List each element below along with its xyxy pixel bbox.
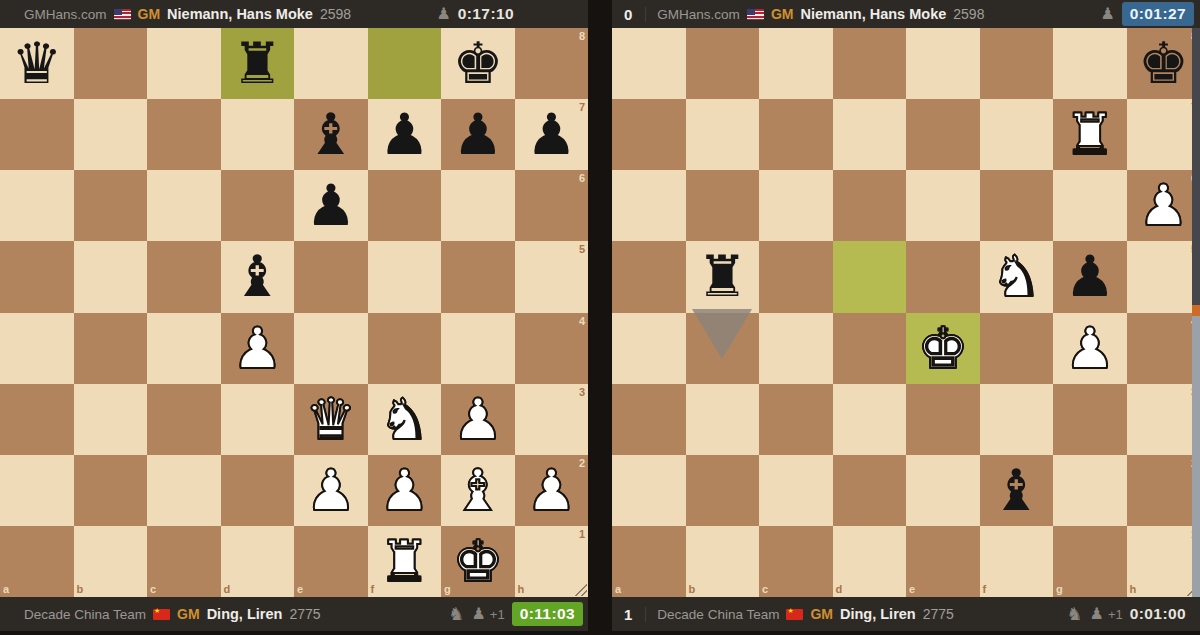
black-pawn-h7: ♟ (526, 106, 577, 163)
file-label-d: d (836, 584, 843, 595)
white-knight-f3: ♞ (379, 391, 430, 448)
file-label-a: a (3, 584, 9, 595)
square-a6[interactable] (612, 170, 686, 241)
square-a1[interactable]: a (0, 526, 74, 597)
square-c7[interactable] (759, 99, 833, 170)
rank-label-5: 5 (579, 244, 585, 255)
square-b7[interactable] (686, 99, 760, 170)
square-d6[interactable] (221, 170, 295, 241)
black-bishop-e7: ♝ (305, 106, 356, 163)
china-flag-icon (786, 609, 803, 620)
square-d8[interactable]: ♜ (221, 28, 295, 99)
square-c5[interactable] (147, 241, 221, 312)
title-badge: GM (771, 6, 794, 22)
square-f6[interactable] (980, 170, 1054, 241)
square-h6[interactable]: ♟6 (1127, 170, 1200, 241)
square-d2[interactable] (221, 455, 295, 526)
square-f8[interactable] (980, 28, 1054, 99)
square-e5[interactable] (906, 241, 980, 312)
file-label-c: c (762, 584, 768, 595)
square-d4[interactable]: ♟ (221, 313, 295, 384)
square-d6[interactable] (833, 170, 907, 241)
square-b2[interactable] (74, 455, 148, 526)
knight-icon: ♞ (448, 605, 464, 623)
clock-black-final: 0:01:27 (1122, 2, 1194, 26)
square-f1[interactable]: ♜f (368, 526, 442, 597)
square-f7[interactable]: ♟ (368, 99, 442, 170)
square-g2[interactable]: ♝ (441, 455, 515, 526)
black-king-h8: ♚ (1138, 35, 1189, 92)
file-label-b: b (689, 584, 696, 595)
china-flag-icon (153, 609, 170, 620)
white-queen-e3: ♛ (305, 391, 356, 448)
square-b5[interactable] (74, 241, 148, 312)
material-count: +1 (490, 607, 505, 622)
square-d2[interactable] (833, 455, 907, 526)
square-e6[interactable]: ♟ (294, 170, 368, 241)
player-bar-top: 0 GMHans.com GM Niemann, Hans Moke 2598 … (612, 0, 1200, 28)
square-b6[interactable] (686, 170, 760, 241)
square-d7[interactable] (833, 99, 907, 170)
team-name: Decade China Team (657, 607, 779, 622)
player-name: Ding, Liren (207, 606, 283, 622)
square-f2[interactable]: ♟ (368, 455, 442, 526)
square-c8[interactable] (759, 28, 833, 99)
divider (645, 607, 646, 622)
black-pawn-g5: ♟ (1064, 248, 1115, 305)
square-h6[interactable]: 6 (515, 170, 589, 241)
rank-label-7: 7 (579, 102, 585, 113)
square-h1[interactable]: 1h (1127, 526, 1200, 597)
square-g4[interactable] (441, 313, 515, 384)
file-label-h: h (1130, 584, 1137, 595)
square-a5[interactable] (612, 241, 686, 312)
square-e7[interactable]: ♝ (294, 99, 368, 170)
square-e8[interactable] (294, 28, 368, 99)
white-bishop-g2: ♝ (452, 462, 503, 519)
square-a8[interactable]: ♛ (0, 28, 74, 99)
white-king-g1: ♚ (452, 533, 503, 590)
scrollbar-thumb[interactable] (1192, 316, 1200, 597)
square-h8[interactable]: 8 (515, 28, 589, 99)
square-g5[interactable]: ♟ (1053, 241, 1127, 312)
scrollbar-track[interactable] (1192, 28, 1200, 305)
square-g6[interactable] (441, 170, 515, 241)
square-g5[interactable] (441, 241, 515, 312)
square-d8[interactable] (833, 28, 907, 99)
square-f6[interactable] (368, 170, 442, 241)
rank-label-3: 3 (579, 387, 585, 398)
square-c7[interactable] (147, 99, 221, 170)
square-a8[interactable] (612, 28, 686, 99)
square-c6[interactable] (759, 170, 833, 241)
square-b5[interactable]: ♜ (686, 241, 760, 312)
square-c4[interactable] (147, 313, 221, 384)
square-g8[interactable] (1053, 28, 1127, 99)
white-rook-g7: ♜ (1064, 106, 1115, 163)
square-b2[interactable] (686, 455, 760, 526)
square-h7[interactable]: ♟7 (515, 99, 589, 170)
team-name: GMHans.com (24, 7, 107, 22)
white-king-e4: ♚ (917, 320, 968, 377)
move-arrow-down (692, 309, 752, 359)
white-pawn-g3: ♟ (452, 391, 503, 448)
square-e8[interactable] (906, 28, 980, 99)
player-rating: 2775 (289, 606, 320, 622)
square-a3[interactable] (0, 384, 74, 455)
square-h4[interactable]: 4 (515, 313, 589, 384)
us-flag-icon (747, 9, 764, 20)
rank-label-1: 1 (579, 529, 585, 540)
file-label-b: b (77, 584, 84, 595)
square-a4[interactable] (612, 313, 686, 384)
square-e4[interactable] (294, 313, 368, 384)
black-pawn-f7: ♟ (379, 106, 430, 163)
player-rating: 2775 (923, 606, 954, 622)
player-name: Ding, Liren (840, 606, 916, 622)
square-a6[interactable] (0, 170, 74, 241)
square-b8[interactable] (686, 28, 760, 99)
square-h4[interactable]: 4 (1127, 313, 1200, 384)
square-c1[interactable]: c (759, 526, 833, 597)
square-b4[interactable] (74, 313, 148, 384)
file-label-f: f (371, 584, 375, 595)
square-c5[interactable] (759, 241, 833, 312)
white-pawn-g4: ♟ (1064, 320, 1115, 377)
white-pawn-f2: ♟ (379, 462, 430, 519)
square-d3[interactable] (833, 384, 907, 455)
clock-white-running: 0:11:03 (512, 602, 583, 626)
file-label-c: c (150, 584, 156, 595)
player-bar-bottom: Decade China Team GM Ding, Liren 2775 ♞ … (0, 597, 588, 631)
white-rook-f1: ♜ (379, 533, 430, 590)
square-c2[interactable] (759, 455, 833, 526)
white-knight-f5: ♞ (991, 248, 1042, 305)
team-name: Decade China Team (24, 607, 146, 622)
square-h3[interactable]: 3 (515, 384, 589, 455)
square-h2[interactable]: 2 (1127, 455, 1200, 526)
black-rook-d8: ♜ (232, 35, 283, 92)
square-e1[interactable]: e (294, 526, 368, 597)
file-label-e: e (297, 584, 303, 595)
square-f3[interactable] (980, 384, 1054, 455)
rank-label-4: 4 (579, 316, 585, 327)
result-score-white: 1 (622, 606, 634, 623)
square-a2[interactable] (612, 455, 686, 526)
square-c1[interactable]: c (147, 526, 221, 597)
player-bar-bottom: 1 Decade China Team GM Ding, Liren 2775 … (612, 597, 1200, 631)
team-name: GMHans.com (657, 7, 740, 22)
square-a5[interactable] (0, 241, 74, 312)
square-f5[interactable]: ♞ (980, 241, 1054, 312)
pawn-icon: ♟ (436, 6, 450, 22)
square-d4[interactable] (833, 313, 907, 384)
board-panel-left: GMHans.com GM Niemann, Hans Moke 2598 ♟ … (0, 0, 588, 635)
square-g1[interactable]: ♚g (441, 526, 515, 597)
black-pawn-g7: ♟ (452, 106, 503, 163)
square-f1[interactable]: f (980, 526, 1054, 597)
square-g8[interactable]: ♚ (441, 28, 515, 99)
square-g7[interactable]: ♟ (441, 99, 515, 170)
square-b1[interactable]: b (686, 526, 760, 597)
square-c3[interactable] (759, 384, 833, 455)
clock-black: 0:17:10 (458, 5, 514, 23)
title-badge: GM (138, 6, 161, 22)
file-label-a: a (615, 584, 621, 595)
square-a1[interactable]: a (612, 526, 686, 597)
square-g3[interactable]: ♟ (441, 384, 515, 455)
pawn-icon: ♟ (1100, 6, 1114, 22)
black-bishop-d5: ♝ (232, 248, 283, 305)
square-h7[interactable]: 7 (1127, 99, 1200, 170)
player-bar-top: GMHans.com GM Niemann, Hans Moke 2598 ♟ … (0, 0, 588, 28)
square-a7[interactable] (0, 99, 74, 170)
square-h2[interactable]: ♟2 (515, 455, 589, 526)
chess-board-left: ♛♜♚8♝♟♟♟7♟6♝5♟4♛♞♟3♟♟♝♟2abcde♜f♚g1h (0, 28, 588, 597)
square-b4[interactable] (686, 313, 760, 384)
square-d5[interactable]: ♝ (221, 241, 295, 312)
black-king-g8: ♚ (452, 35, 503, 92)
square-e3[interactable] (906, 384, 980, 455)
square-a2[interactable] (0, 455, 74, 526)
square-e5[interactable] (294, 241, 368, 312)
square-d3[interactable] (221, 384, 295, 455)
title-badge: GM (810, 606, 833, 622)
square-c2[interactable] (147, 455, 221, 526)
square-d1[interactable]: d (833, 526, 907, 597)
file-label-d: d (224, 584, 231, 595)
rank-label-6: 6 (579, 173, 585, 184)
white-pawn-h2: ♟ (526, 462, 577, 519)
clock-white-final: 0:01:00 (1130, 605, 1186, 623)
square-g2[interactable] (1053, 455, 1127, 526)
black-bishop-f2: ♝ (991, 462, 1042, 519)
white-pawn-h6: ♟ (1138, 177, 1189, 234)
rank-label-2: 2 (579, 458, 585, 469)
square-b8[interactable] (74, 28, 148, 99)
scrollbar-position-marker (1192, 305, 1200, 316)
scrollbar[interactable] (1192, 28, 1200, 597)
square-a3[interactable] (612, 384, 686, 455)
square-c3[interactable] (147, 384, 221, 455)
black-queen-a8: ♛ (11, 35, 62, 92)
player-rating: 2598 (953, 6, 984, 22)
white-pawn-e2: ♟ (305, 462, 356, 519)
square-c4[interactable] (759, 313, 833, 384)
square-a7[interactable] (612, 99, 686, 170)
player-name: Niemann, Hans Moke (800, 6, 946, 22)
square-g7[interactable]: ♜ (1053, 99, 1127, 170)
file-label-e: e (909, 584, 915, 595)
square-e2[interactable]: ♟ (294, 455, 368, 526)
square-f8[interactable] (368, 28, 442, 99)
square-h5[interactable]: 5 (515, 241, 589, 312)
board-panel-right: 0 GMHans.com GM Niemann, Hans Moke 2598 … (612, 0, 1200, 635)
file-label-g: g (444, 584, 451, 595)
square-e3[interactable]: ♛ (294, 384, 368, 455)
file-label-h: h (518, 584, 525, 595)
square-f2[interactable]: ♝ (980, 455, 1054, 526)
square-b3[interactable] (74, 384, 148, 455)
square-b3[interactable] (686, 384, 760, 455)
divider (645, 7, 646, 22)
chess-board-right: ♚8♜7♟6♜♞♟5♚♟43♝2abcdefg1h (612, 28, 1200, 597)
square-b1[interactable]: b (74, 526, 148, 597)
file-label-f: f (983, 584, 987, 595)
square-e6[interactable] (906, 170, 980, 241)
player-name: Niemann, Hans Moke (167, 6, 313, 22)
square-d5[interactable] (833, 241, 907, 312)
square-c8[interactable] (147, 28, 221, 99)
square-g3[interactable] (1053, 384, 1127, 455)
square-e7[interactable] (906, 99, 980, 170)
square-h5[interactable]: 5 (1127, 241, 1200, 312)
white-pawn-d4: ♟ (232, 320, 283, 377)
square-h1[interactable]: 1h (515, 526, 589, 597)
square-e4[interactable]: ♚ (906, 313, 980, 384)
square-h8[interactable]: ♚8 (1127, 28, 1200, 99)
title-badge: GM (177, 606, 200, 622)
square-d1[interactable]: d (221, 526, 295, 597)
square-f4[interactable] (980, 313, 1054, 384)
square-f3[interactable]: ♞ (368, 384, 442, 455)
square-b6[interactable] (74, 170, 148, 241)
black-pawn-e6: ♟ (305, 177, 356, 234)
square-g1[interactable]: g (1053, 526, 1127, 597)
black-rook-b5: ♜ (697, 248, 748, 305)
square-b7[interactable] (74, 99, 148, 170)
square-e2[interactable] (906, 455, 980, 526)
square-g4[interactable]: ♟ (1053, 313, 1127, 384)
pawn-icon: ♟ (1090, 606, 1104, 622)
square-a4[interactable] (0, 313, 74, 384)
pawn-icon: ♟ (471, 606, 485, 622)
us-flag-icon (114, 9, 131, 20)
square-c6[interactable] (147, 170, 221, 241)
square-e1[interactable]: e (906, 526, 980, 597)
square-h3[interactable]: 3 (1127, 384, 1200, 455)
square-f5[interactable] (368, 241, 442, 312)
square-f7[interactable] (980, 99, 1054, 170)
square-g6[interactable] (1053, 170, 1127, 241)
player-rating: 2598 (320, 6, 351, 22)
file-label-g: g (1056, 584, 1063, 595)
knight-icon: ♞ (1066, 605, 1082, 623)
result-score-black: 0 (622, 6, 634, 23)
square-f4[interactable] (368, 313, 442, 384)
rank-label-8: 8 (579, 31, 585, 42)
square-d7[interactable] (221, 99, 295, 170)
material-count: +1 (1108, 607, 1123, 622)
